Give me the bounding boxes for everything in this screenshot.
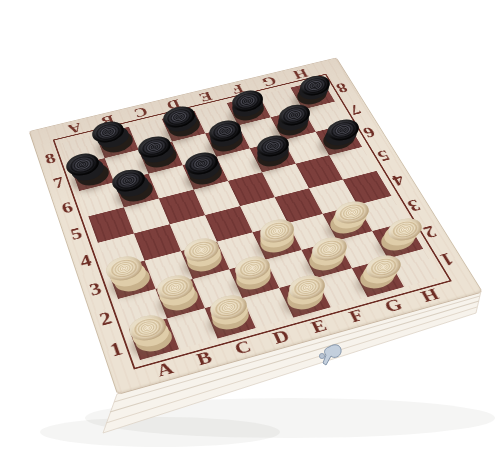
checker-white-c1[interactable] xyxy=(206,290,255,336)
checker-black-b6[interactable] xyxy=(114,164,159,207)
product-photo: AABBCCDDEEFFGGHH1122334455667788 xyxy=(0,0,500,467)
checker-white-a1[interactable] xyxy=(129,310,178,357)
checker-white-a3[interactable] xyxy=(108,251,156,296)
checker-white-g1[interactable] xyxy=(354,250,401,295)
checker-black-f6[interactable] xyxy=(251,130,295,172)
checker-black-a7[interactable] xyxy=(70,148,115,191)
checker-black-d6[interactable] xyxy=(183,147,228,189)
checker-black-h6[interactable] xyxy=(317,114,361,155)
checker-white-e1[interactable] xyxy=(281,270,329,315)
pieces-layer xyxy=(0,0,500,467)
